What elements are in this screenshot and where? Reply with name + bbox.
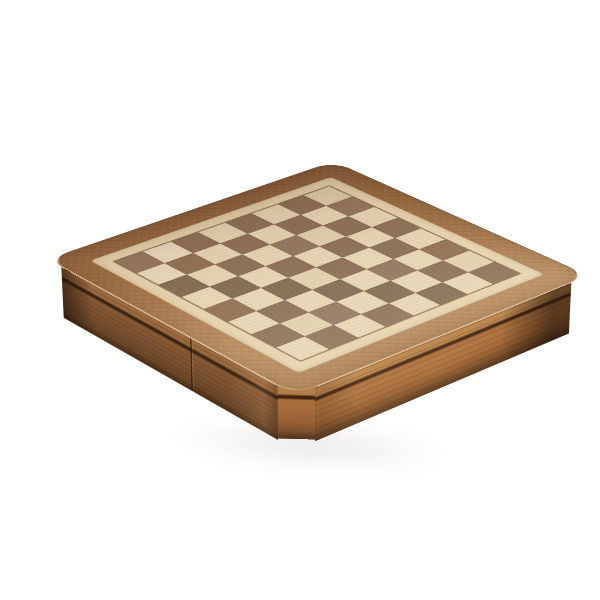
product-photo-scene: [0, 0, 600, 600]
box-lid-top-face: [47, 161, 588, 395]
box-corner-front: [275, 384, 319, 440]
